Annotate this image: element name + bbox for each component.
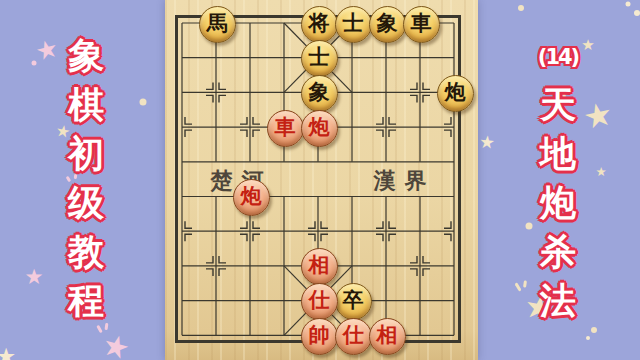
star-icon: ★ (581, 38, 594, 53)
title-char: (14) (535, 32, 581, 81)
title-char: 棋 (63, 81, 109, 130)
star-icon: ★ (24, 266, 43, 287)
dot-icon (32, 61, 37, 66)
title-char: 杀 (535, 228, 581, 277)
piece-black-soldier[interactable]: 卒 (335, 283, 372, 320)
star-icon: ★ (0, 345, 16, 360)
piece-glyph: 将 (309, 6, 330, 41)
piece-black-elephant[interactable]: 象 (369, 6, 406, 43)
piece-glyph: 卒 (343, 283, 364, 318)
video-frame: ★★★★★★★★★★ 象棋初级教程 (14)天地炮杀法 楚河 漢界 馬将士象車士… (0, 0, 640, 360)
dot-icon (526, 223, 533, 230)
piece-glyph: 帥 (309, 318, 330, 353)
dot-icon (140, 99, 147, 106)
piece-glyph: 士 (309, 40, 330, 75)
piece-glyph: 象 (309, 75, 330, 110)
left-title-xiangqi-beginner-tutorial: 象棋初级教程 (63, 32, 109, 326)
title-char: 天 (535, 81, 581, 130)
dot-icon (591, 327, 597, 333)
dot-icon (586, 336, 590, 340)
piece-red-advisor[interactable]: 仕 (301, 283, 338, 320)
title-char: 象 (63, 32, 109, 81)
star-icon: ★ (99, 329, 133, 360)
star-icon: ★ (580, 97, 615, 135)
title-char: 程 (63, 277, 109, 326)
dot-icon (634, 10, 640, 16)
piece-glyph: 相 (309, 248, 330, 283)
title-char: 地 (535, 130, 581, 179)
title-char: 法 (535, 277, 581, 326)
piece-red-cannon[interactable]: 炮 (301, 110, 338, 147)
piece-glyph: 炮 (445, 75, 466, 110)
title-char: 炮 (535, 179, 581, 228)
piece-glyph: 士 (343, 6, 364, 41)
title-char: 初 (63, 130, 109, 179)
piece-glyph: 相 (377, 318, 398, 353)
piece-red-cannon[interactable]: 炮 (233, 179, 270, 216)
piece-glyph: 象 (377, 6, 398, 41)
piece-glyph: 車 (411, 6, 432, 41)
river-label-han-jie: 漢界 (360, 166, 440, 196)
piece-black-horse[interactable]: 馬 (199, 6, 236, 43)
piece-glyph: 炮 (309, 110, 330, 145)
sparkle-icon (517, 281, 534, 296)
xiangqi-board[interactable]: 楚河 漢界 馬将士象車士象炮車炮炮卒相仕帥仕相 (165, 0, 478, 360)
piece-glyph: 仕 (343, 318, 364, 353)
piece-black-elephant[interactable]: 象 (301, 75, 338, 112)
star-icon: ★ (595, 166, 606, 179)
piece-black-advisor[interactable]: 士 (335, 6, 372, 43)
piece-red-elephant[interactable]: 相 (369, 318, 406, 355)
piece-black-general[interactable]: 将 (301, 6, 338, 43)
dot-icon (518, 5, 524, 11)
title-char: 级 (63, 179, 109, 228)
title-char: 教 (63, 228, 109, 277)
star-icon: ★ (478, 134, 495, 153)
right-title-heaven-earth-cannon-kill: (14)天地炮杀法 (535, 32, 581, 326)
piece-red-chariot[interactable]: 車 (267, 110, 304, 147)
piece-black-cannon[interactable]: 炮 (437, 75, 474, 112)
piece-black-chariot[interactable]: 車 (403, 6, 440, 43)
piece-glyph: 車 (275, 110, 296, 145)
piece-glyph: 仕 (309, 283, 330, 318)
star-icon: ★ (33, 35, 61, 65)
piece-black-advisor[interactable]: 士 (301, 40, 338, 77)
piece-red-elephant[interactable]: 相 (301, 248, 338, 285)
piece-red-advisor[interactable]: 仕 (335, 318, 372, 355)
piece-red-general[interactable]: 帥 (301, 318, 338, 355)
piece-glyph: 炮 (241, 179, 262, 214)
dot-icon (626, 2, 631, 7)
piece-glyph: 馬 (207, 6, 228, 41)
